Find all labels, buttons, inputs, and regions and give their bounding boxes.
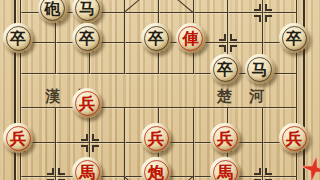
point-marker (47, 168, 54, 175)
piece-glyph: 兵 (210, 123, 240, 153)
piece-red-soldier[interactable]: 兵 (141, 123, 171, 153)
file-line (55, 107, 56, 180)
piece-glyph: 马 (245, 54, 275, 84)
piece-glyph: 兵 (3, 123, 33, 153)
point-marker (219, 45, 226, 52)
piece-black-cannon[interactable]: 砲 (38, 0, 68, 23)
piece-glyph: 兵 (72, 88, 102, 118)
point-marker (230, 45, 237, 52)
piece-glyph: 卒 (72, 23, 102, 53)
point-marker (92, 145, 99, 152)
piece-glyph: 卒 (141, 23, 171, 53)
piece-black-soldier[interactable]: 卒 (72, 23, 102, 53)
piece-glyph: 砲 (38, 0, 68, 23)
cursor-star-icon (296, 151, 320, 180)
piece-glyph: 俥 (176, 23, 206, 53)
point-marker (254, 15, 261, 22)
piece-red-soldier[interactable]: 兵 (72, 88, 102, 118)
piece-black-horse[interactable]: 马 (245, 54, 275, 84)
point-marker (254, 168, 261, 175)
point-marker (81, 134, 88, 141)
point-marker (254, 4, 261, 11)
piece-glyph: 卒 (210, 54, 240, 84)
piece-black-horse[interactable]: 马 (72, 0, 102, 23)
point-marker (265, 179, 272, 180)
piece-red-cannon[interactable]: 炮 (141, 157, 171, 180)
point-marker (230, 34, 237, 41)
point-marker (254, 179, 261, 180)
piece-glyph: 卒 (279, 23, 309, 53)
file-line (262, 107, 263, 180)
piece-red-soldier[interactable]: 兵 (279, 123, 309, 153)
piece-glyph: 马 (72, 0, 102, 23)
point-marker (92, 134, 99, 141)
point-marker (219, 34, 226, 41)
piece-glyph: 兵 (141, 123, 171, 153)
piece-red-horse[interactable]: 馬 (210, 157, 240, 180)
river-text-right: 楚河 (217, 87, 281, 106)
piece-red-chariot[interactable]: 俥 (176, 23, 206, 53)
piece-black-soldier[interactable]: 卒 (279, 23, 309, 53)
last-move-highlight (6, 162, 14, 170)
point-marker (58, 179, 65, 180)
point-marker (265, 168, 272, 175)
piece-red-soldier[interactable]: 兵 (3, 123, 33, 153)
piece-black-soldier[interactable]: 卒 (3, 23, 33, 53)
last-move-highlight (28, 162, 36, 170)
piece-glyph: 卒 (3, 23, 33, 53)
piece-red-horse[interactable]: 馬 (72, 157, 102, 180)
piece-glyph: 馬 (72, 157, 102, 180)
piece-glyph: 炮 (141, 157, 171, 180)
piece-red-soldier[interactable]: 兵 (210, 123, 240, 153)
point-marker (81, 145, 88, 152)
file-line (124, 107, 125, 180)
point-marker (47, 179, 54, 180)
piece-black-soldier[interactable]: 卒 (141, 23, 171, 53)
point-marker (265, 15, 272, 22)
xiangqi-board: 漢界 楚河 砲马卒卒卒俥卒卒马兵兵兵兵兵馬炮馬 (0, 0, 320, 180)
piece-black-soldier[interactable]: 卒 (210, 54, 240, 84)
piece-glyph: 馬 (210, 157, 240, 180)
file-line (193, 107, 194, 180)
piece-glyph: 兵 (279, 123, 309, 153)
point-marker (58, 168, 65, 175)
point-marker (265, 4, 272, 11)
